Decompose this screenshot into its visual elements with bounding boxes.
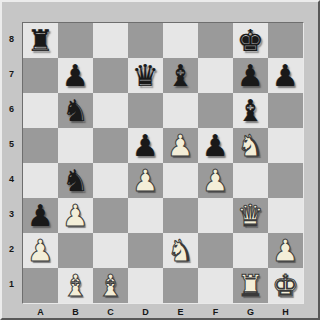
black-knight-b6[interactable]: ♞ [58, 93, 93, 128]
square-f4[interactable]: ♟ [198, 163, 233, 198]
black-pawn-a3[interactable]: ♟ [23, 198, 58, 233]
file-label-a: A [23, 305, 58, 320]
square-g7[interactable]: ♟ [233, 58, 268, 93]
white-pawn-d4[interactable]: ♟ [128, 163, 163, 198]
square-h4[interactable] [268, 163, 303, 198]
square-d6[interactable] [128, 93, 163, 128]
square-e3[interactable] [163, 198, 198, 233]
square-c5[interactable] [93, 128, 128, 163]
square-d5[interactable]: ♟ [128, 128, 163, 163]
file-label-f: F [198, 305, 233, 320]
white-queen-g3[interactable]: ♛ [233, 198, 268, 233]
square-e6[interactable] [163, 93, 198, 128]
square-b3[interactable]: ♟ [58, 198, 93, 233]
white-pawn-b3[interactable]: ♟ [58, 198, 93, 233]
square-b4[interactable]: ♞ [58, 163, 93, 198]
square-c1[interactable]: ♝ [93, 268, 128, 303]
rank-label-1: 1 [2, 267, 21, 302]
black-rook-a8[interactable]: ♜ [23, 23, 58, 58]
square-f2[interactable] [198, 233, 233, 268]
white-knight-e2[interactable]: ♞ [163, 233, 198, 268]
square-h1[interactable]: ♚ [268, 268, 303, 303]
rank-label-7: 7 [2, 57, 21, 92]
file-label-h: H [268, 305, 303, 320]
square-c4[interactable] [93, 163, 128, 198]
square-d3[interactable] [128, 198, 163, 233]
square-e4[interactable] [163, 163, 198, 198]
chess-board-frame: ♜♚♟♛♝♟♟♞♝♟♟♟♞♞♟♟♟♟♛♟♞♟♝♝♜♚ 87654321 ABCD… [0, 0, 320, 320]
black-knight-b4[interactable]: ♞ [58, 163, 93, 198]
white-bishop-b1[interactable]: ♝ [58, 268, 93, 303]
square-b1[interactable]: ♝ [58, 268, 93, 303]
square-h6[interactable] [268, 93, 303, 128]
square-h5[interactable] [268, 128, 303, 163]
square-d7[interactable]: ♛ [128, 58, 163, 93]
black-pawn-h7[interactable]: ♟ [268, 58, 303, 93]
black-queen-d7[interactable]: ♛ [128, 58, 163, 93]
file-label-g: G [233, 305, 268, 320]
square-e1[interactable] [163, 268, 198, 303]
white-pawn-h2[interactable]: ♟ [268, 233, 303, 268]
square-c8[interactable] [93, 23, 128, 58]
square-g6[interactable]: ♝ [233, 93, 268, 128]
square-f8[interactable] [198, 23, 233, 58]
square-h8[interactable] [268, 23, 303, 58]
square-c6[interactable] [93, 93, 128, 128]
square-a2[interactable]: ♟ [23, 233, 58, 268]
rank-label-6: 6 [2, 92, 21, 127]
rank-label-8: 8 [2, 22, 21, 57]
square-d4[interactable]: ♟ [128, 163, 163, 198]
square-a6[interactable] [23, 93, 58, 128]
square-a5[interactable] [23, 128, 58, 163]
rank-label-2: 2 [2, 232, 21, 267]
square-e5[interactable]: ♟ [163, 128, 198, 163]
black-pawn-b7[interactable]: ♟ [58, 58, 93, 93]
white-pawn-f4[interactable]: ♟ [198, 163, 233, 198]
black-king-g8[interactable]: ♚ [233, 23, 268, 58]
square-g3[interactable]: ♛ [233, 198, 268, 233]
square-b2[interactable] [58, 233, 93, 268]
white-knight-g5[interactable]: ♞ [233, 128, 268, 163]
white-pawn-a2[interactable]: ♟ [23, 233, 58, 268]
white-pawn-e5[interactable]: ♟ [163, 128, 198, 163]
black-bishop-e7[interactable]: ♝ [163, 58, 198, 93]
square-b6[interactable]: ♞ [58, 93, 93, 128]
file-label-c: C [93, 305, 128, 320]
square-g1[interactable]: ♜ [233, 268, 268, 303]
square-h2[interactable]: ♟ [268, 233, 303, 268]
white-king-h1[interactable]: ♚ [268, 268, 303, 303]
square-a1[interactable] [23, 268, 58, 303]
white-bishop-c1[interactable]: ♝ [93, 268, 128, 303]
square-f3[interactable] [198, 198, 233, 233]
rank-label-4: 4 [2, 162, 21, 197]
square-a8[interactable]: ♜ [23, 23, 58, 58]
square-e2[interactable]: ♞ [163, 233, 198, 268]
rank-label-5: 5 [2, 127, 21, 162]
chess-board: ♜♚♟♛♝♟♟♞♝♟♟♟♞♞♟♟♟♟♛♟♞♟♝♝♜♚ [22, 22, 304, 304]
black-pawn-f5[interactable]: ♟ [198, 128, 233, 163]
file-label-e: E [163, 305, 198, 320]
white-rook-g1[interactable]: ♜ [233, 268, 268, 303]
square-f1[interactable] [198, 268, 233, 303]
file-label-b: B [58, 305, 93, 320]
square-f6[interactable] [198, 93, 233, 128]
square-g8[interactable]: ♚ [233, 23, 268, 58]
square-c3[interactable] [93, 198, 128, 233]
square-h7[interactable]: ♟ [268, 58, 303, 93]
square-d8[interactable] [128, 23, 163, 58]
square-b7[interactable]: ♟ [58, 58, 93, 93]
square-b8[interactable] [58, 23, 93, 58]
square-a7[interactable] [23, 58, 58, 93]
rank-label-3: 3 [2, 197, 21, 232]
square-a3[interactable]: ♟ [23, 198, 58, 233]
black-pawn-g7[interactable]: ♟ [233, 58, 268, 93]
square-d1[interactable] [128, 268, 163, 303]
square-f5[interactable]: ♟ [198, 128, 233, 163]
square-g2[interactable] [233, 233, 268, 268]
square-g5[interactable]: ♞ [233, 128, 268, 163]
square-g4[interactable] [233, 163, 268, 198]
square-f7[interactable] [198, 58, 233, 93]
square-c2[interactable] [93, 233, 128, 268]
square-b5[interactable] [58, 128, 93, 163]
square-e7[interactable]: ♝ [163, 58, 198, 93]
square-a4[interactable] [23, 163, 58, 198]
square-h3[interactable] [268, 198, 303, 233]
square-c7[interactable] [93, 58, 128, 93]
square-e8[interactable] [163, 23, 198, 58]
black-pawn-d5[interactable]: ♟ [128, 128, 163, 163]
file-label-d: D [128, 305, 163, 320]
black-bishop-g6[interactable]: ♝ [233, 93, 268, 128]
square-d2[interactable] [128, 233, 163, 268]
